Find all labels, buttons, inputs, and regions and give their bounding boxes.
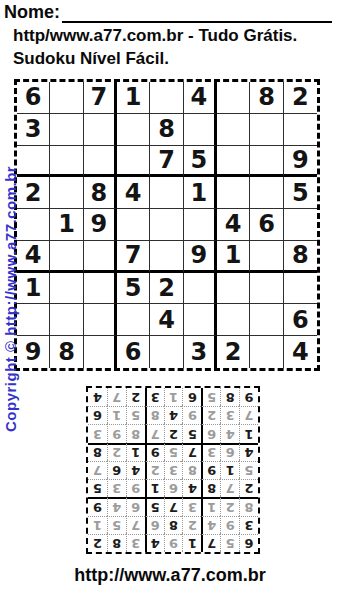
sudoku-cell-r7c1: 1 (17, 273, 50, 305)
solution-cell-r8c6: 8 (145, 406, 164, 424)
sudoku-cell-r4c2[interactable] (50, 177, 83, 209)
solution-grid: 6571943823942867518213756492784619355198… (86, 386, 260, 554)
solution-cell-r5c5: 3 (164, 461, 183, 479)
sudoku-cell-r3c1[interactable] (17, 146, 50, 178)
sudoku-cell-r6c6: 9 (184, 241, 217, 273)
sudoku-cell-r9c8[interactable] (250, 336, 283, 368)
sudoku-cell-r8c7[interactable] (217, 304, 250, 336)
solution-cell-r4c3: 8 (201, 479, 220, 497)
sudoku-cell-r6c1: 4 (17, 241, 50, 273)
solution-cell-r9c3: 5 (201, 388, 220, 406)
solution-cell-r6c9: 8 (88, 443, 107, 461)
solution-cell-r9c5: 1 (164, 388, 183, 406)
solution-cell-r6c7: 1 (126, 443, 145, 461)
sudoku-cell-r5c1[interactable] (17, 209, 50, 241)
solution-cell-r2c4: 2 (182, 516, 201, 534)
sudoku-cell-r6c8[interactable] (250, 241, 283, 273)
sudoku-cell-r7c5: 2 (150, 273, 183, 305)
sudoku-cell-r6c3[interactable] (84, 241, 117, 273)
sudoku-cell-r2c4[interactable] (117, 114, 150, 146)
sudoku-cell-r1c5[interactable] (150, 82, 183, 114)
solution-cell-r6c5: 5 (164, 443, 183, 461)
sudoku-cell-r3c8[interactable] (250, 146, 283, 178)
solution-cell-r1c5: 9 (164, 534, 183, 552)
sudoku-cell-r5c2: 1 (50, 209, 83, 241)
sudoku-cell-r9c4: 6 (117, 336, 150, 368)
sudoku-cell-r1c6: 4 (184, 82, 217, 114)
sudoku-cell-r7c3[interactable] (84, 273, 117, 305)
solution-cell-r6c2: 6 (220, 443, 239, 461)
sudoku-cell-r8c1[interactable] (17, 304, 50, 336)
solution-cell-r6c8: 2 (107, 443, 126, 461)
solution-cell-r8c8: 1 (107, 406, 126, 424)
sudoku-cell-r6c2[interactable] (50, 241, 83, 273)
solution-cell-r8c7: 5 (126, 406, 145, 424)
solution-cell-r5c4: 8 (182, 461, 201, 479)
name-blank-line (62, 1, 332, 23)
solution-cell-r8c4: 9 (182, 406, 201, 424)
solution-cell-r5c3: 9 (201, 461, 220, 479)
sudoku-cell-r6c5[interactable] (150, 241, 183, 273)
solution-cell-r5c1: 5 (239, 461, 258, 479)
solution-cell-r4c4: 4 (182, 479, 201, 497)
sudoku-cell-r6c9: 8 (284, 241, 317, 273)
sudoku-cell-r3c3[interactable] (84, 146, 117, 178)
sudoku-cell-r9c1: 9 (17, 336, 50, 368)
sudoku-cell-r7c9[interactable] (284, 273, 317, 305)
solution-cell-r1c1: 6 (239, 534, 258, 552)
sudoku-cell-r8c2[interactable] (50, 304, 83, 336)
solution-cell-r7c8: 9 (107, 424, 126, 442)
solution-cell-r5c9: 7 (88, 461, 107, 479)
sudoku-cell-r7c8[interactable] (250, 273, 283, 305)
solution-cell-r7c6: 7 (145, 424, 164, 442)
sudoku-cell-r7c4: 5 (117, 273, 150, 305)
sudoku-cell-r5c6[interactable] (184, 209, 217, 241)
sudoku-cell-r2c6[interactable] (184, 114, 217, 146)
sudoku-cell-r1c2[interactable] (50, 82, 83, 114)
sudoku-cell-r5c5[interactable] (150, 209, 183, 241)
solution-cell-r4c7: 9 (126, 479, 145, 497)
sudoku-cell-r8c6[interactable] (184, 304, 217, 336)
sudoku-cell-r4c9: 5 (284, 177, 317, 209)
sudoku-cell-r8c5: 4 (150, 304, 183, 336)
sudoku-cell-r4c6: 1 (184, 177, 217, 209)
sudoku-cell-r8c9: 6 (284, 304, 317, 336)
solution-cell-r5c2: 1 (220, 461, 239, 479)
sudoku-cell-r2c1: 3 (17, 114, 50, 146)
copyright-vertical-text: Copyright © http://www.a77.com.br (2, 166, 19, 432)
solution-cell-r6c6: 9 (145, 443, 164, 461)
sudoku-cell-r5c8: 6 (250, 209, 283, 241)
sudoku-cell-r1c8: 8 (250, 82, 283, 114)
sudoku-cell-r2c3[interactable] (84, 114, 117, 146)
sudoku-cell-r3c9: 9 (284, 146, 317, 178)
solution-cell-r6c1: 4 (239, 443, 258, 461)
solution-cell-r4c1: 2 (239, 479, 258, 497)
header-site-text: http/www.a77.com.br - Tudo Grátis. (13, 26, 297, 46)
solution-cell-r4c9: 5 (88, 479, 107, 497)
sudoku-cell-r2c9[interactable] (284, 114, 317, 146)
solution-cell-r2c6: 6 (145, 516, 164, 534)
sudoku-cell-r5c7: 4 (217, 209, 250, 241)
sudoku-cell-r6c4: 7 (117, 241, 150, 273)
solution-cell-r9c9: 4 (88, 388, 107, 406)
sudoku-cell-r9c3[interactable] (84, 336, 117, 368)
sudoku-cell-r7c6[interactable] (184, 273, 217, 305)
solution-cell-r6c3: 3 (201, 443, 220, 461)
solution-cell-r3c2: 2 (220, 497, 239, 515)
solution-cell-r8c1: 7 (239, 406, 258, 424)
solution-cell-r7c4: 5 (182, 424, 201, 442)
solution-cell-r8c3: 2 (201, 406, 220, 424)
sudoku-cell-r4c1: 2 (17, 177, 50, 209)
solution-cell-r8c2: 3 (220, 406, 239, 424)
solution-cell-r6c4: 7 (182, 443, 201, 461)
solution-cell-r2c1: 3 (239, 516, 258, 534)
solution-cell-r2c3: 4 (201, 516, 220, 534)
sudoku-cell-r1c9: 2 (284, 82, 317, 114)
sudoku-cell-r1c4: 1 (117, 82, 150, 114)
sudoku-cell-r9c7: 2 (217, 336, 250, 368)
sudoku-cell-r9c5[interactable] (150, 336, 183, 368)
solution-cell-r1c9: 2 (88, 534, 107, 552)
solution-cell-r2c8: 5 (107, 516, 126, 534)
solution-cell-r7c1: 1 (239, 424, 258, 442)
solution-cell-r9c4: 6 (182, 388, 201, 406)
sudoku-cell-r2c7[interactable] (217, 114, 250, 146)
solution-cell-r9c6: 3 (145, 388, 164, 406)
solution-cell-r1c6: 4 (145, 534, 164, 552)
sudoku-cell-r1c1: 6 (17, 82, 50, 114)
sudoku-cell-r9c6: 3 (184, 336, 217, 368)
sudoku-cell-r4c3: 8 (84, 177, 117, 209)
footer-url: http://www.a77.com.br (0, 565, 340, 586)
solution-cell-r5c6: 2 (145, 461, 164, 479)
solution-cell-r3c8: 4 (107, 497, 126, 515)
solution-cell-r4c2: 7 (220, 479, 239, 497)
solution-cell-r7c9: 3 (88, 424, 107, 442)
sudoku-cell-r1c3: 7 (84, 82, 117, 114)
sudoku-cell-r2c8[interactable] (250, 114, 283, 146)
sudoku-cell-r8c3[interactable] (84, 304, 117, 336)
solution-cell-r3c7: 6 (126, 497, 145, 515)
sudoku-cell-r9c9: 4 (284, 336, 317, 368)
solution-cell-r1c7: 3 (126, 534, 145, 552)
sudoku-cell-r3c4[interactable] (117, 146, 150, 178)
sudoku-cell-r3c2[interactable] (50, 146, 83, 178)
solution-cell-r3c6: 5 (145, 497, 164, 515)
sudoku-cell-r5c9[interactable] (284, 209, 317, 241)
solution-cell-r9c1: 9 (239, 388, 258, 406)
sudoku-cell-r2c2[interactable] (50, 114, 83, 146)
sudoku-cell-r5c4[interactable] (117, 209, 150, 241)
solution-cell-r1c8: 8 (107, 534, 126, 552)
sudoku-cell-r9c2: 8 (50, 336, 83, 368)
sudoku-cell-r4c8[interactable] (250, 177, 283, 209)
solution-cell-r4c8: 3 (107, 479, 126, 497)
sudoku-cell-r3c5: 7 (150, 146, 183, 178)
solution-cell-r4c6: 1 (145, 479, 164, 497)
solution-cell-r3c5: 7 (164, 497, 183, 515)
solution-cell-r3c4: 3 (182, 497, 201, 515)
solution-cell-r7c7: 8 (126, 424, 145, 442)
solution-cell-r7c3: 6 (201, 424, 220, 442)
sudoku-grid: 671482387592841519464791815246986324 (14, 79, 320, 371)
solution-cell-r1c2: 5 (220, 534, 239, 552)
sudoku-cell-r3c7[interactable] (217, 146, 250, 178)
solution-cell-r9c7: 2 (126, 388, 145, 406)
sudoku-cell-r2c5: 8 (150, 114, 183, 146)
solution-cell-r5c8: 6 (107, 461, 126, 479)
solution-cell-r4c5: 6 (164, 479, 183, 497)
solution-cell-r7c2: 4 (220, 424, 239, 442)
solution-cell-r2c9: 1 (88, 516, 107, 534)
sudoku-cell-r6c7: 1 (217, 241, 250, 273)
solution-cell-r1c3: 7 (201, 534, 220, 552)
sudoku-cell-r4c4: 4 (117, 177, 150, 209)
solution-cell-r3c9: 9 (88, 497, 107, 515)
solution-cell-r8c9: 6 (88, 406, 107, 424)
solution-cell-r7c5: 2 (164, 424, 183, 442)
sudoku-cell-r7c7[interactable] (217, 273, 250, 305)
sudoku-cell-r8c8[interactable] (250, 304, 283, 336)
name-label: Nome: (4, 2, 60, 23)
sudoku-cell-r8c4[interactable] (117, 304, 150, 336)
solution-cell-r2c7: 7 (126, 516, 145, 534)
solution-cell-r5c7: 4 (126, 461, 145, 479)
sudoku-cell-r4c5[interactable] (150, 177, 183, 209)
solution-cell-r9c2: 8 (220, 388, 239, 406)
sudoku-cell-r3c6: 5 (184, 146, 217, 178)
solution-cell-r3c1: 8 (239, 497, 258, 515)
solution-cell-r2c5: 8 (164, 516, 183, 534)
sudoku-cell-r5c3: 9 (84, 209, 117, 241)
solution-cell-r9c8: 7 (107, 388, 126, 406)
solution-cell-r1c4: 1 (182, 534, 201, 552)
sudoku-cell-r4c7[interactable] (217, 177, 250, 209)
solution-cell-r3c3: 1 (201, 497, 220, 515)
solution-cell-r8c5: 4 (164, 406, 183, 424)
puzzle-title: Sudoku Nível Fácil. (13, 49, 169, 69)
solution-cell-r2c2: 9 (220, 516, 239, 534)
sudoku-cell-r7c2[interactable] (50, 273, 83, 305)
sudoku-cell-r1c7[interactable] (217, 82, 250, 114)
